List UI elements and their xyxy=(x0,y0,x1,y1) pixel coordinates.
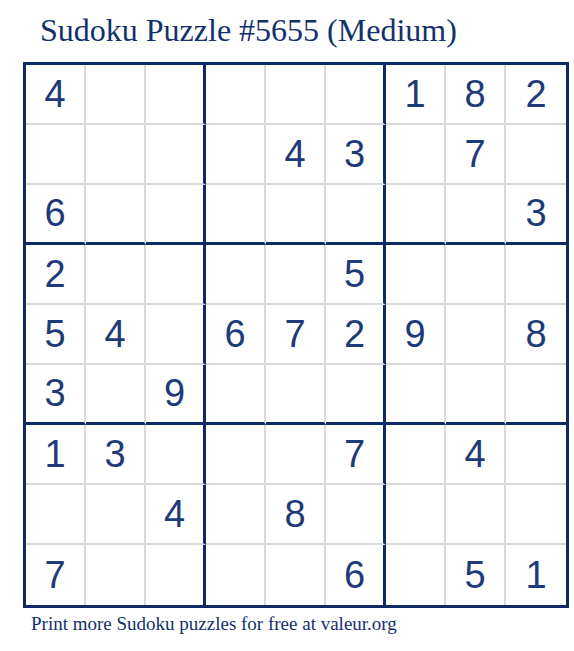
cell-r7c1[interactable]: 1 xyxy=(26,425,86,485)
cell-r7c5[interactable] xyxy=(266,425,326,485)
cell-r9c9[interactable]: 1 xyxy=(506,545,566,605)
cell-r3c7[interactable] xyxy=(386,185,446,245)
cell-r9c4[interactable] xyxy=(206,545,266,605)
cell-r3c5[interactable] xyxy=(266,185,326,245)
cell-r3c8[interactable] xyxy=(446,185,506,245)
cell-r7c3[interactable] xyxy=(146,425,206,485)
cell-r1c4[interactable] xyxy=(206,65,266,125)
cell-r8c8[interactable] xyxy=(446,485,506,545)
cell-r6c8[interactable] xyxy=(446,365,506,425)
cell-r3c6[interactable] xyxy=(326,185,386,245)
cell-r4c6[interactable]: 5 xyxy=(326,245,386,305)
cell-r9c5[interactable] xyxy=(266,545,326,605)
cell-r5c1[interactable]: 5 xyxy=(26,305,86,365)
cell-r6c9[interactable] xyxy=(506,365,566,425)
cell-r2c7[interactable] xyxy=(386,125,446,185)
cell-r8c7[interactable] xyxy=(386,485,446,545)
cell-r2c4[interactable] xyxy=(206,125,266,185)
cell-r6c7[interactable] xyxy=(386,365,446,425)
cell-r6c6[interactable] xyxy=(326,365,386,425)
cell-r4c5[interactable] xyxy=(266,245,326,305)
cell-r1c5[interactable] xyxy=(266,65,326,125)
cell-r6c2[interactable] xyxy=(86,365,146,425)
cell-r3c4[interactable] xyxy=(206,185,266,245)
cell-r4c4[interactable] xyxy=(206,245,266,305)
cell-r1c8[interactable]: 8 xyxy=(446,65,506,125)
cell-r6c4[interactable] xyxy=(206,365,266,425)
cell-r4c7[interactable] xyxy=(386,245,446,305)
cell-r3c3[interactable] xyxy=(146,185,206,245)
cell-r7c9[interactable] xyxy=(506,425,566,485)
cell-r7c2[interactable]: 3 xyxy=(86,425,146,485)
sudoku-grid: 418243763255467298391374487651 xyxy=(23,62,569,608)
cell-r8c3[interactable]: 4 xyxy=(146,485,206,545)
cell-r5c7[interactable]: 9 xyxy=(386,305,446,365)
cell-r8c5[interactable]: 8 xyxy=(266,485,326,545)
cell-r7c4[interactable] xyxy=(206,425,266,485)
cell-r7c8[interactable]: 4 xyxy=(446,425,506,485)
cell-r2c5[interactable]: 4 xyxy=(266,125,326,185)
cell-r6c1[interactable]: 3 xyxy=(26,365,86,425)
cell-r8c2[interactable] xyxy=(86,485,146,545)
cell-r8c6[interactable] xyxy=(326,485,386,545)
cell-r2c9[interactable] xyxy=(506,125,566,185)
cell-r2c2[interactable] xyxy=(86,125,146,185)
cell-r9c7[interactable] xyxy=(386,545,446,605)
cell-r5c9[interactable]: 8 xyxy=(506,305,566,365)
cell-r1c1[interactable]: 4 xyxy=(26,65,86,125)
cell-r5c8[interactable] xyxy=(446,305,506,365)
cell-r6c3[interactable]: 9 xyxy=(146,365,206,425)
cell-r5c4[interactable]: 6 xyxy=(206,305,266,365)
cell-r1c7[interactable]: 1 xyxy=(386,65,446,125)
cell-r5c3[interactable] xyxy=(146,305,206,365)
cell-r4c1[interactable]: 2 xyxy=(26,245,86,305)
cell-r4c2[interactable] xyxy=(86,245,146,305)
cell-r5c2[interactable]: 4 xyxy=(86,305,146,365)
cell-r2c6[interactable]: 3 xyxy=(326,125,386,185)
cell-r5c6[interactable]: 2 xyxy=(326,305,386,365)
cell-r2c8[interactable]: 7 xyxy=(446,125,506,185)
cell-r4c9[interactable] xyxy=(506,245,566,305)
cell-r4c8[interactable] xyxy=(446,245,506,305)
cell-r1c9[interactable]: 2 xyxy=(506,65,566,125)
footer-text: Print more Sudoku puzzles for free at va… xyxy=(31,613,397,635)
sudoku-page: Sudoku Puzzle #5655 (Medium) 41824376325… xyxy=(0,0,574,651)
cell-r9c3[interactable] xyxy=(146,545,206,605)
cell-r6c5[interactable] xyxy=(266,365,326,425)
cell-r8c9[interactable] xyxy=(506,485,566,545)
cell-r9c1[interactable]: 7 xyxy=(26,545,86,605)
cell-r1c6[interactable] xyxy=(326,65,386,125)
cell-r1c2[interactable] xyxy=(86,65,146,125)
cell-r8c4[interactable] xyxy=(206,485,266,545)
cell-r2c1[interactable] xyxy=(26,125,86,185)
cell-r1c3[interactable] xyxy=(146,65,206,125)
cell-r2c3[interactable] xyxy=(146,125,206,185)
cell-r3c2[interactable] xyxy=(86,185,146,245)
cell-r4c3[interactable] xyxy=(146,245,206,305)
cell-r8c1[interactable] xyxy=(26,485,86,545)
cell-r9c2[interactable] xyxy=(86,545,146,605)
cell-r3c1[interactable]: 6 xyxy=(26,185,86,245)
cell-r5c5[interactable]: 7 xyxy=(266,305,326,365)
cell-r7c6[interactable]: 7 xyxy=(326,425,386,485)
cell-r7c7[interactable] xyxy=(386,425,446,485)
cell-r3c9[interactable]: 3 xyxy=(506,185,566,245)
page-title: Sudoku Puzzle #5655 (Medium) xyxy=(40,12,457,49)
cell-r9c8[interactable]: 5 xyxy=(446,545,506,605)
cell-r9c6[interactable]: 6 xyxy=(326,545,386,605)
